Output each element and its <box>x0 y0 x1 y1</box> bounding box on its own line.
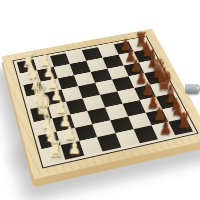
chess-board: ♜♟♟♜♞♟♟♞♝♟♟♝♛♟♟♛♚♟♟♚♝♟♟♝♞♟♟♞♜♟♟♜ <box>2 29 200 180</box>
square-d6 <box>112 76 134 91</box>
product-photo: ♜♟♟♜♞♟♟♞♝♟♟♝♛♟♟♛♚♟♟♚♝♟♟♝♞♟♟♞♜♟♟♜ <box>0 0 200 200</box>
white-pawn: ♟ <box>39 52 50 68</box>
square-h2: ♟ <box>60 141 84 159</box>
board-tilt-group: ♜♟♟♜♞♟♟♞♝♟♟♝♛♟♟♛♚♟♟♚♝♟♟♝♞♟♟♞♜♟♟♜ <box>2 29 200 180</box>
white-rook: ♜ <box>22 52 35 71</box>
square-h3 <box>79 137 103 155</box>
board-border-line: ♜♟♟♜♞♟♟♞♝♟♟♝♛♟♟♛♚♟♟♚♝♟♟♝♞♟♟♞♜♟♟♜ <box>12 36 198 169</box>
clasp-latch <box>185 84 198 93</box>
square-h1: ♜ <box>42 145 65 164</box>
clasp-knob-icon <box>196 86 200 91</box>
black-bishop: ♝ <box>163 82 178 106</box>
square-g5 <box>110 116 133 133</box>
black-rook: ♜ <box>135 31 147 50</box>
square-d4 <box>78 83 100 98</box>
black-rook: ♜ <box>177 111 191 132</box>
scene: ♜♟♟♜♞♟♟♞♝♟♟♝♛♟♟♛♚♟♟♚♝♟♟♝♞♟♟♞♜♟♟♜ <box>0 0 200 200</box>
squares-grid: ♜♟♟♜♞♟♟♞♝♟♟♝♛♟♟♛♚♟♟♚♝♟♟♝♞♟♟♞♜♟♟♜ <box>17 39 193 164</box>
